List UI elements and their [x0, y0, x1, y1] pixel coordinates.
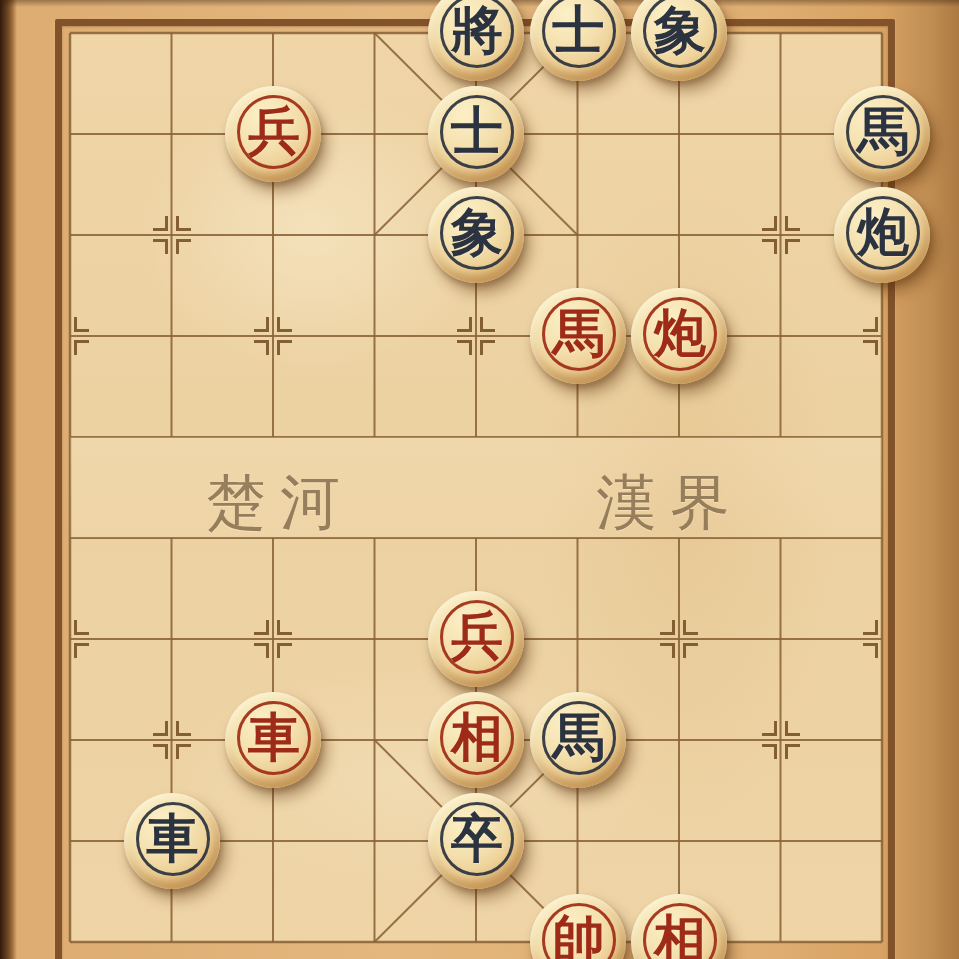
- piece-ring: 相: [643, 903, 717, 959]
- piece-black-cannon[interactable]: 炮: [834, 187, 930, 283]
- piece-ring: 車: [237, 701, 311, 775]
- piece-ring: 馬: [542, 297, 616, 371]
- piece-glyph: 將: [451, 4, 503, 58]
- point-marker: [253, 316, 293, 356]
- piece-glyph: 帥: [553, 913, 605, 959]
- piece-red-cannon[interactable]: 炮: [631, 288, 727, 384]
- piece-glyph: 馬: [857, 105, 909, 159]
- river-band: 楚河 漢界: [70, 437, 882, 538]
- piece-red-horse[interactable]: 馬: [530, 288, 626, 384]
- point-marker: [50, 316, 90, 356]
- point-marker: [50, 619, 90, 659]
- piece-ring: 車: [136, 802, 210, 876]
- piece-black-chariot[interactable]: 車: [124, 793, 220, 889]
- piece-glyph: 相: [654, 913, 706, 959]
- piece-glyph: 兵: [451, 610, 503, 664]
- piece-glyph: 馬: [553, 307, 605, 361]
- piece-ring: 兵: [440, 600, 514, 674]
- piece-ring: 炮: [643, 297, 717, 371]
- piece-black-horse[interactable]: 馬: [834, 86, 930, 182]
- piece-glyph: 馬: [553, 711, 605, 765]
- piece-black-elephant[interactable]: 象: [428, 187, 524, 283]
- piece-glyph: 炮: [857, 206, 909, 260]
- piece-ring: 象: [643, 0, 717, 68]
- piece-ring: 將: [440, 0, 514, 68]
- piece-black-horse[interactable]: 馬: [530, 692, 626, 788]
- piece-glyph: 兵: [248, 105, 300, 159]
- piece-glyph: 卒: [451, 812, 503, 866]
- piece-red-soldier[interactable]: 兵: [428, 591, 524, 687]
- river-label-right: 漢界: [596, 463, 744, 544]
- piece-glyph: 車: [248, 711, 300, 765]
- xiangqi-app: 楚河 漢界 將士象兵士馬象炮馬炮兵車相馬車卒帥相: [0, 0, 959, 959]
- point-marker: [456, 316, 496, 356]
- piece-ring: 士: [440, 95, 514, 169]
- piece-glyph: 士: [451, 105, 503, 159]
- point-marker: [761, 215, 801, 255]
- point-marker: [152, 720, 192, 760]
- point-marker: [253, 619, 293, 659]
- point-marker: [152, 215, 192, 255]
- piece-ring: 卒: [440, 802, 514, 876]
- piece-ring: 馬: [846, 95, 920, 169]
- piece-black-soldier[interactable]: 卒: [428, 793, 524, 889]
- piece-ring: 炮: [846, 196, 920, 270]
- piece-glyph: 象: [451, 206, 503, 260]
- piece-ring: 相: [440, 701, 514, 775]
- piece-glyph: 象: [654, 4, 706, 58]
- point-marker: [862, 316, 902, 356]
- piece-red-soldier[interactable]: 兵: [225, 86, 321, 182]
- piece-glyph: 相: [451, 711, 503, 765]
- piece-ring: 帥: [542, 903, 616, 959]
- piece-black-advisor[interactable]: 士: [428, 86, 524, 182]
- piece-ring: 兵: [237, 95, 311, 169]
- point-marker: [761, 720, 801, 760]
- piece-ring: 象: [440, 196, 514, 270]
- point-marker: [659, 619, 699, 659]
- point-marker: [862, 619, 902, 659]
- piece-glyph: 炮: [654, 307, 706, 361]
- piece-glyph: 士: [553, 4, 605, 58]
- piece-glyph: 車: [147, 812, 199, 866]
- piece-ring: 士: [542, 0, 616, 68]
- piece-red-elephant[interactable]: 相: [428, 692, 524, 788]
- river-label-left: 楚河: [206, 463, 354, 544]
- piece-red-chariot[interactable]: 車: [225, 692, 321, 788]
- piece-ring: 馬: [542, 701, 616, 775]
